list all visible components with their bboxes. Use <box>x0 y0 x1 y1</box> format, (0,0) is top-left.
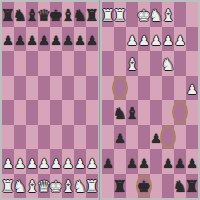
square-f7[interactable]: ♟ <box>62 27 74 52</box>
square-c3[interactable] <box>26 125 38 150</box>
square-d8[interactable] <box>150 174 162 199</box>
square-h4[interactable] <box>102 76 114 101</box>
square-d7[interactable]: ♟ <box>38 27 50 52</box>
square-a6[interactable] <box>2 51 14 76</box>
square-f4[interactable] <box>62 100 74 125</box>
square-a2[interactable]: ♟ <box>2 149 14 174</box>
square-b2[interactable]: ♟ <box>14 149 26 174</box>
square-c5[interactable] <box>26 76 38 101</box>
square-a6[interactable] <box>186 125 198 150</box>
square-a3[interactable] <box>2 125 14 150</box>
piece-white-pawn[interactable]: ♟ <box>38 157 50 174</box>
square-e2[interactable]: ♟ <box>50 149 62 174</box>
piece-black-pawn[interactable]: ♟ <box>126 157 138 174</box>
square-h6[interactable] <box>86 51 98 76</box>
square-e6[interactable] <box>50 51 62 76</box>
piece-black-pawn[interactable]: ♟ <box>86 34 98 51</box>
square-g4[interactable] <box>74 100 86 125</box>
left-board: ♜♞♝♛♚♝♞♜♟♟♟♟♟♟♟♟♟♟♟♟♟♟♟♟♜♞♝♛♚♝♞♜ <box>0 0 100 200</box>
piece-black-pawn[interactable]: ♟ <box>162 157 174 174</box>
square-h7[interactable]: ♟ <box>102 149 114 174</box>
square-e2[interactable]: ♟ <box>138 27 150 52</box>
piece-white-pawn[interactable]: ♟ <box>150 34 162 51</box>
piece-white-pawn[interactable]: ♟ <box>2 157 14 174</box>
square-c6[interactable] <box>26 51 38 76</box>
square-f3[interactable] <box>62 125 74 150</box>
piece-black-pawn[interactable]: ♟ <box>74 34 86 51</box>
square-f6[interactable] <box>62 51 74 76</box>
square-a7[interactable]: ♟ <box>186 149 198 174</box>
square-h8[interactable]: ♜ <box>86 2 98 27</box>
square-b2[interactable]: ♟ <box>174 27 186 52</box>
piece-black-pawn[interactable]: ♟ <box>114 132 126 149</box>
square-f3[interactable]: ♝ <box>126 51 138 76</box>
square-h1[interactable]: ♜ <box>86 174 98 199</box>
piece-black-pawn[interactable]: ♟ <box>138 157 150 174</box>
square-d5[interactable] <box>38 76 50 101</box>
piece-black-rook[interactable]: ♜ <box>185 179 199 198</box>
square-e6[interactable] <box>138 125 150 150</box>
right-board: ♜♜♚♞♝♟♟♟♟♟♝♞♟♞♝♟♟♟♟♟♟♟♟♜♚♞♜ <box>100 0 200 200</box>
square-e5[interactable] <box>50 76 62 101</box>
square-h2[interactable]: ♟ <box>86 149 98 174</box>
piece-white-pawn[interactable]: ♟ <box>74 157 86 174</box>
piece-white-pawn[interactable]: ♟ <box>26 157 38 174</box>
piece-white-pawn[interactable]: ♟ <box>14 157 26 174</box>
square-b3[interactable] <box>174 51 186 76</box>
square-b3[interactable] <box>14 125 26 150</box>
square-g2[interactable] <box>114 27 126 52</box>
square-d4[interactable] <box>150 76 162 101</box>
square-c2[interactable]: ♟ <box>26 149 38 174</box>
square-g5[interactable] <box>74 76 86 101</box>
square-d4[interactable] <box>38 100 50 125</box>
square-e4[interactable] <box>50 100 62 125</box>
square-h3[interactable] <box>86 125 98 150</box>
square-h7[interactable]: ♟ <box>86 27 98 52</box>
square-c5[interactable] <box>162 100 174 125</box>
piece-black-pawn[interactable]: ♟ <box>174 157 186 174</box>
piece-white-pawn[interactable]: ♟ <box>86 157 98 174</box>
square-e7[interactable]: ♟ <box>138 149 150 174</box>
square-g6[interactable] <box>74 51 86 76</box>
square-e8[interactable]: ♚ <box>138 174 150 199</box>
dual-chess-boards: ♜♞♝♛♚♝♞♜♟♟♟♟♟♟♟♟♟♟♟♟♟♟♟♟♜♞♝♛♚♝♞♜♜♜♚♞♝♟♟♟… <box>0 0 200 200</box>
square-e5[interactable] <box>138 100 150 125</box>
square-f7[interactable]: ♟ <box>126 149 138 174</box>
square-g6[interactable]: ♟ <box>114 125 126 150</box>
square-a5[interactable] <box>186 100 198 125</box>
square-h2[interactable] <box>102 27 114 52</box>
square-b6[interactable] <box>14 51 26 76</box>
square-h5[interactable] <box>86 76 98 101</box>
square-f5[interactable]: ♝ <box>126 100 138 125</box>
piece-black-pawn[interactable]: ♟ <box>14 34 26 51</box>
piece-black-rook[interactable]: ♜ <box>85 8 99 27</box>
square-d2[interactable]: ♟ <box>38 149 50 174</box>
square-b7[interactable]: ♟ <box>14 27 26 52</box>
square-a3[interactable] <box>186 51 198 76</box>
square-a2[interactable] <box>186 27 198 52</box>
piece-black-pawn[interactable]: ♟ <box>50 34 62 51</box>
square-d6[interactable]: ♟ <box>150 125 162 150</box>
square-c2[interactable]: ♟ <box>162 27 174 52</box>
square-h3[interactable] <box>102 51 114 76</box>
square-c6[interactable] <box>162 125 174 150</box>
piece-black-pawn[interactable]: ♟ <box>150 132 162 149</box>
square-c3[interactable]: ♞ <box>162 51 174 76</box>
square-b7[interactable]: ♟ <box>174 149 186 174</box>
square-c7[interactable]: ♟ <box>162 149 174 174</box>
square-f6[interactable] <box>126 125 138 150</box>
square-d2[interactable]: ♟ <box>150 27 162 52</box>
square-c4[interactable] <box>162 76 174 101</box>
piece-white-pawn[interactable]: ♟ <box>126 34 138 51</box>
piece-white-pawn[interactable]: ♟ <box>50 157 62 174</box>
square-c1[interactable]: ♝ <box>162 2 174 27</box>
square-b6[interactable] <box>174 125 186 150</box>
square-f4[interactable] <box>126 76 138 101</box>
piece-black-pawn[interactable]: ♟ <box>62 34 74 51</box>
square-c7[interactable]: ♟ <box>26 27 38 52</box>
square-g8[interactable]: ♜ <box>114 174 126 199</box>
square-a4[interactable]: ♟ <box>186 76 198 101</box>
square-b4[interactable] <box>14 100 26 125</box>
piece-black-pawn[interactable]: ♟ <box>2 34 14 51</box>
square-e7[interactable]: ♟ <box>50 27 62 52</box>
square-b5[interactable] <box>174 100 186 125</box>
square-d3[interactable] <box>38 125 50 150</box>
square-g1[interactable]: ♜ <box>114 2 126 27</box>
piece-white-rook[interactable]: ♜ <box>85 179 99 198</box>
square-g7[interactable]: ♟ <box>74 27 86 52</box>
square-d7[interactable] <box>150 149 162 174</box>
square-e3[interactable] <box>50 125 62 150</box>
piece-black-pawn[interactable]: ♟ <box>102 157 114 174</box>
square-e3[interactable] <box>138 51 150 76</box>
square-g3[interactable] <box>74 125 86 150</box>
square-b4[interactable] <box>174 76 186 101</box>
square-e4[interactable] <box>138 76 150 101</box>
piece-white-pawn[interactable]: ♟ <box>138 34 150 51</box>
piece-white-pawn[interactable]: ♟ <box>174 34 186 51</box>
piece-black-pawn[interactable]: ♟ <box>38 34 50 51</box>
square-d5[interactable] <box>150 100 162 125</box>
square-b5[interactable] <box>14 76 26 101</box>
piece-white-pawn[interactable]: ♟ <box>186 83 198 100</box>
square-a5[interactable] <box>2 76 14 101</box>
square-a1[interactable] <box>186 2 198 27</box>
square-b1[interactable] <box>174 2 186 27</box>
square-g4[interactable] <box>114 76 126 101</box>
square-f5[interactable] <box>62 76 74 101</box>
square-f2[interactable]: ♟ <box>62 149 74 174</box>
square-d6[interactable] <box>38 51 50 76</box>
square-g7[interactable] <box>114 149 126 174</box>
piece-black-pawn[interactable]: ♟ <box>26 34 38 51</box>
piece-white-pawn[interactable]: ♟ <box>62 157 74 174</box>
square-h6[interactable] <box>102 125 114 150</box>
square-a8[interactable]: ♜ <box>186 174 198 199</box>
square-a4[interactable] <box>2 100 14 125</box>
square-f2[interactable]: ♟ <box>126 27 138 52</box>
square-h4[interactable] <box>86 100 98 125</box>
square-g2[interactable]: ♟ <box>74 149 86 174</box>
square-c4[interactable] <box>26 100 38 125</box>
piece-black-pawn[interactable]: ♟ <box>186 157 198 174</box>
square-a7[interactable]: ♟ <box>2 27 14 52</box>
piece-white-pawn[interactable]: ♟ <box>162 34 174 51</box>
